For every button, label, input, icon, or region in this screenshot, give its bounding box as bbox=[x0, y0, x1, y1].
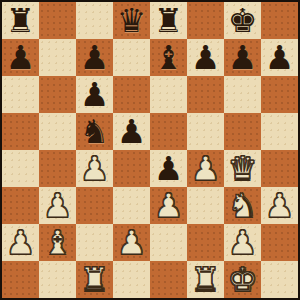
square-h7[interactable]: ♟ bbox=[261, 39, 298, 76]
square-d3[interactable] bbox=[113, 187, 150, 224]
black-rook-e8[interactable]: ♜ bbox=[154, 2, 184, 39]
square-e2[interactable] bbox=[150, 224, 187, 261]
square-f1[interactable]: ♜ bbox=[187, 261, 224, 298]
white-king-g1[interactable]: ♚ bbox=[228, 261, 258, 298]
square-b8[interactable] bbox=[39, 2, 76, 39]
black-pawn-c6[interactable]: ♟ bbox=[80, 76, 110, 113]
square-d7[interactable] bbox=[113, 39, 150, 76]
square-b5[interactable] bbox=[39, 113, 76, 150]
white-pawn-f4[interactable]: ♟ bbox=[191, 150, 221, 187]
white-pawn-h3[interactable]: ♟ bbox=[265, 187, 295, 224]
square-e3[interactable]: ♟ bbox=[150, 187, 187, 224]
square-c6[interactable]: ♟ bbox=[76, 76, 113, 113]
black-pawn-g7[interactable]: ♟ bbox=[228, 39, 258, 76]
square-a7[interactable]: ♟ bbox=[2, 39, 39, 76]
black-pawn-e4[interactable]: ♟ bbox=[154, 150, 184, 187]
black-knight-c5[interactable]: ♞ bbox=[80, 113, 110, 150]
square-d6[interactable] bbox=[113, 76, 150, 113]
square-b7[interactable] bbox=[39, 39, 76, 76]
white-pawn-c4[interactable]: ♟ bbox=[80, 150, 110, 187]
black-queen-d8[interactable]: ♛ bbox=[117, 2, 147, 39]
square-c2[interactable] bbox=[76, 224, 113, 261]
square-g6[interactable] bbox=[224, 76, 261, 113]
square-c1[interactable]: ♜ bbox=[76, 261, 113, 298]
square-a1[interactable] bbox=[2, 261, 39, 298]
square-f5[interactable] bbox=[187, 113, 224, 150]
square-e7[interactable]: ♝ bbox=[150, 39, 187, 76]
chess-board: ♜♛♜♚♟♟♝♟♟♟♟♞♟♟♟♟♛♟♟♞♟♟♝♟♟♜♜♚ bbox=[0, 0, 300, 300]
square-g8[interactable]: ♚ bbox=[224, 2, 261, 39]
square-a5[interactable] bbox=[2, 113, 39, 150]
square-e8[interactable]: ♜ bbox=[150, 2, 187, 39]
square-e6[interactable] bbox=[150, 76, 187, 113]
square-g1[interactable]: ♚ bbox=[224, 261, 261, 298]
square-a3[interactable] bbox=[2, 187, 39, 224]
black-pawn-c7[interactable]: ♟ bbox=[80, 39, 110, 76]
square-e1[interactable] bbox=[150, 261, 187, 298]
square-h4[interactable] bbox=[261, 150, 298, 187]
square-f3[interactable] bbox=[187, 187, 224, 224]
white-rook-f1[interactable]: ♜ bbox=[191, 261, 221, 298]
square-b4[interactable] bbox=[39, 150, 76, 187]
square-a2[interactable]: ♟ bbox=[2, 224, 39, 261]
square-c5[interactable]: ♞ bbox=[76, 113, 113, 150]
square-g5[interactable] bbox=[224, 113, 261, 150]
square-e5[interactable] bbox=[150, 113, 187, 150]
square-g4[interactable]: ♛ bbox=[224, 150, 261, 187]
square-b6[interactable] bbox=[39, 76, 76, 113]
square-h1[interactable] bbox=[261, 261, 298, 298]
black-pawn-f7[interactable]: ♟ bbox=[191, 39, 221, 76]
square-h3[interactable]: ♟ bbox=[261, 187, 298, 224]
square-f2[interactable] bbox=[187, 224, 224, 261]
square-f4[interactable]: ♟ bbox=[187, 150, 224, 187]
black-king-g8[interactable]: ♚ bbox=[228, 2, 258, 39]
white-pawn-g2[interactable]: ♟ bbox=[228, 224, 258, 261]
square-d2[interactable]: ♟ bbox=[113, 224, 150, 261]
white-bishop-b2[interactable]: ♝ bbox=[43, 224, 73, 261]
square-h8[interactable] bbox=[261, 2, 298, 39]
square-g3[interactable]: ♞ bbox=[224, 187, 261, 224]
white-queen-g4[interactable]: ♛ bbox=[228, 150, 258, 187]
white-pawn-d2[interactable]: ♟ bbox=[117, 224, 147, 261]
square-h6[interactable] bbox=[261, 76, 298, 113]
black-rook-a8[interactable]: ♜ bbox=[6, 2, 36, 39]
square-h2[interactable] bbox=[261, 224, 298, 261]
square-b3[interactable]: ♟ bbox=[39, 187, 76, 224]
square-c4[interactable]: ♟ bbox=[76, 150, 113, 187]
black-pawn-a7[interactable]: ♟ bbox=[6, 39, 36, 76]
square-e4[interactable]: ♟ bbox=[150, 150, 187, 187]
square-c3[interactable] bbox=[76, 187, 113, 224]
black-pawn-h7[interactable]: ♟ bbox=[265, 39, 295, 76]
white-knight-g3[interactable]: ♞ bbox=[228, 187, 258, 224]
white-pawn-e3[interactable]: ♟ bbox=[154, 187, 184, 224]
square-d8[interactable]: ♛ bbox=[113, 2, 150, 39]
square-a6[interactable] bbox=[2, 76, 39, 113]
white-rook-c1[interactable]: ♜ bbox=[80, 261, 110, 298]
square-f8[interactable] bbox=[187, 2, 224, 39]
white-pawn-b3[interactable]: ♟ bbox=[43, 187, 73, 224]
chess-board-container: ♜♛♜♚♟♟♝♟♟♟♟♞♟♟♟♟♛♟♟♞♟♟♝♟♟♜♜♚ bbox=[0, 0, 300, 300]
square-b2[interactable]: ♝ bbox=[39, 224, 76, 261]
white-pawn-a2[interactable]: ♟ bbox=[6, 224, 36, 261]
square-f7[interactable]: ♟ bbox=[187, 39, 224, 76]
square-c7[interactable]: ♟ bbox=[76, 39, 113, 76]
square-a8[interactable]: ♜ bbox=[2, 2, 39, 39]
black-bishop-e7[interactable]: ♝ bbox=[154, 39, 184, 76]
square-f6[interactable] bbox=[187, 76, 224, 113]
square-h5[interactable] bbox=[261, 113, 298, 150]
square-g2[interactable]: ♟ bbox=[224, 224, 261, 261]
square-b1[interactable] bbox=[39, 261, 76, 298]
square-d4[interactable] bbox=[113, 150, 150, 187]
square-g7[interactable]: ♟ bbox=[224, 39, 261, 76]
black-pawn-d5[interactable]: ♟ bbox=[117, 113, 147, 150]
square-d1[interactable] bbox=[113, 261, 150, 298]
square-c8[interactable] bbox=[76, 2, 113, 39]
square-a4[interactable] bbox=[2, 150, 39, 187]
square-d5[interactable]: ♟ bbox=[113, 113, 150, 150]
